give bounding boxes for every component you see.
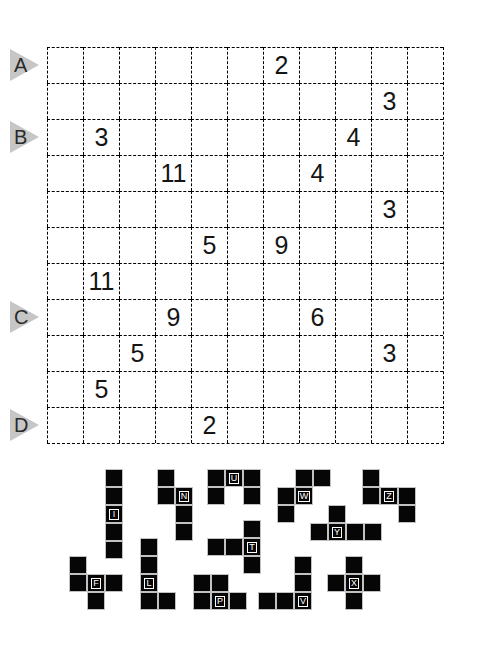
answer-row-letter: C: [14, 301, 28, 333]
puzzle-grid: 233411435911965352: [47, 47, 444, 444]
pentomino-T-cell: [207, 538, 225, 556]
pentomino-I-cell: [105, 541, 123, 559]
cell-r1c5[interactable]: [191, 47, 227, 83]
pentomino-P-cell: [229, 592, 247, 610]
cell-r4c5[interactable]: [191, 155, 227, 191]
cell-r9c4[interactable]: [155, 335, 191, 371]
cell-r3c10[interactable]: [371, 119, 407, 155]
answer-row-marker-C: C: [10, 301, 39, 333]
cell-r10c3[interactable]: [119, 371, 155, 407]
pentomino-N-label: N: [179, 491, 190, 502]
pentomino-N-cell: [157, 469, 175, 487]
cell-r4c7[interactable]: [263, 155, 299, 191]
cell-r3c7[interactable]: [263, 119, 299, 155]
answer-row-marker-A: A: [10, 49, 39, 81]
cell-r1c3[interactable]: [119, 47, 155, 83]
clue-number: 2: [203, 413, 217, 438]
cell-r2c2[interactable]: [83, 83, 119, 119]
cell-r9c11[interactable]: [407, 335, 443, 371]
cell-r4c8[interactable]: 4: [299, 155, 335, 191]
pentomino-U-label: U: [229, 473, 240, 484]
pentomino-N-cell: [175, 505, 193, 523]
pentomino-F-cell: [69, 556, 87, 574]
cell-r8c10[interactable]: [371, 299, 407, 335]
cell-r5c1[interactable]: [47, 191, 83, 227]
clue-number: 3: [95, 125, 109, 150]
cell-r8c7[interactable]: [263, 299, 299, 335]
clue-number: 3: [383, 341, 397, 366]
cell-r11c9[interactable]: [335, 407, 371, 443]
cell-r7c8[interactable]: [299, 263, 335, 299]
cell-r8c4[interactable]: 9: [155, 299, 191, 335]
pentomino-Y-cell: [346, 523, 364, 541]
pentomino-I-cell: [105, 487, 123, 505]
pentomino-W-cell: [313, 469, 331, 487]
pentomino-L-cell: [140, 556, 158, 574]
cell-r7c6[interactable]: [227, 263, 263, 299]
pentomino-V-cell: V: [294, 592, 312, 610]
cell-r1c11[interactable]: [407, 47, 443, 83]
cell-r5c7[interactable]: [263, 191, 299, 227]
answer-row-letter: D: [14, 409, 28, 441]
pentomino-Z-label: Z: [384, 491, 394, 502]
clue-number: 3: [383, 89, 397, 114]
pentomino-N-cell: [175, 523, 193, 541]
pentomino-L-cell: L: [140, 574, 158, 592]
cell-r7c5[interactable]: [191, 263, 227, 299]
cell-r4c6[interactable]: [227, 155, 263, 191]
cell-r10c11[interactable]: [407, 371, 443, 407]
cell-r1c7[interactable]: 2: [263, 47, 299, 83]
cell-r2c4[interactable]: [155, 83, 191, 119]
cell-r1c8[interactable]: [299, 47, 335, 83]
cell-r3c2[interactable]: 3: [83, 119, 119, 155]
cell-r5c11[interactable]: [407, 191, 443, 227]
pentomino-T-cell: [243, 520, 261, 538]
pentomino-Y-label: Y: [332, 527, 342, 538]
answer-row-letter: B: [14, 121, 27, 153]
cell-r4c1[interactable]: [47, 155, 83, 191]
cell-r2c8[interactable]: [299, 83, 335, 119]
cell-r8c8[interactable]: 6: [299, 299, 335, 335]
pentomino-Z-cell: [398, 505, 416, 523]
cell-r3c5[interactable]: [191, 119, 227, 155]
pentomino-Z-cell: Z: [380, 487, 398, 505]
pentomino-Y-cell: Y: [328, 523, 346, 541]
pentomino-N-cell: N: [175, 487, 193, 505]
clue-number: 4: [311, 161, 325, 186]
cell-r5c6[interactable]: [227, 191, 263, 227]
clue-number: 5: [131, 341, 145, 366]
clue-number: 2: [275, 53, 289, 78]
cell-r11c4[interactable]: [155, 407, 191, 443]
pentomino-P-label: P: [215, 596, 225, 607]
cell-r10c7[interactable]: [263, 371, 299, 407]
cell-r5c4[interactable]: [155, 191, 191, 227]
pentomino-I-cell: [105, 469, 123, 487]
cell-r7c2[interactable]: 11: [83, 263, 119, 299]
pentomino-V-cell: [258, 592, 276, 610]
cell-r9c1[interactable]: [47, 335, 83, 371]
pentomino-X-label: X: [349, 578, 359, 589]
cell-r6c4[interactable]: [155, 227, 191, 263]
cell-r9c7[interactable]: [263, 335, 299, 371]
cell-r10c1[interactable]: [47, 371, 83, 407]
cell-r1c1[interactable]: [47, 47, 83, 83]
pentomino-X-cell: [345, 556, 363, 574]
cell-r10c9[interactable]: [335, 371, 371, 407]
pentomino-U-cell: U: [225, 469, 243, 487]
cell-r6c11[interactable]: [407, 227, 443, 263]
cell-r2c7[interactable]: [263, 83, 299, 119]
pentomino-L-cell: [158, 592, 176, 610]
cell-r10c5[interactable]: [191, 371, 227, 407]
cell-r10c8[interactable]: [299, 371, 335, 407]
cell-r8c1[interactable]: [47, 299, 83, 335]
cell-r5c8[interactable]: [299, 191, 335, 227]
cell-r4c2[interactable]: [83, 155, 119, 191]
cell-r8c2[interactable]: [83, 299, 119, 335]
cell-r11c2[interactable]: [83, 407, 119, 443]
pentomino-L-label: L: [144, 578, 154, 589]
answer-row-marker-B: B: [10, 121, 39, 153]
cell-r2c1[interactable]: [47, 83, 83, 119]
pentomino-X-cell: [363, 574, 381, 592]
cell-r7c7[interactable]: [263, 263, 299, 299]
pentomino-T-cell: [243, 556, 261, 574]
pentomino-W-cell: [295, 469, 313, 487]
pentomino-U-cell: [207, 469, 225, 487]
cell-r9c6[interactable]: [227, 335, 263, 371]
pentomino-F-cell: [105, 574, 123, 592]
cell-r3c9[interactable]: 4: [335, 119, 371, 155]
cell-r11c3[interactable]: [119, 407, 155, 443]
cell-r11c11[interactable]: [407, 407, 443, 443]
pentomino-Y-cell: [364, 523, 382, 541]
pentomino-I-cell: I: [105, 505, 123, 523]
pentomino-L-cell: [140, 538, 158, 556]
cell-r1c9[interactable]: [335, 47, 371, 83]
pentomino-W-cell: [277, 505, 295, 523]
cell-r2c11[interactable]: [407, 83, 443, 119]
cell-r7c4[interactable]: [155, 263, 191, 299]
cell-r10c6[interactable]: [227, 371, 263, 407]
clue-number: 3: [383, 197, 397, 222]
cell-r6c2[interactable]: [83, 227, 119, 263]
pentomino-F-cell: [87, 592, 105, 610]
pentomino-Z-cell: [362, 487, 380, 505]
cell-r10c10[interactable]: [371, 371, 407, 407]
cell-r9c5[interactable]: [191, 335, 227, 371]
cell-r3c1[interactable]: [47, 119, 83, 155]
clue-number: 5: [203, 233, 217, 258]
pentomino-Y-cell: [310, 523, 328, 541]
cell-r6c3[interactable]: [119, 227, 155, 263]
pentomino-V-label: V: [298, 596, 308, 607]
cell-r5c9[interactable]: [335, 191, 371, 227]
cell-r5c2[interactable]: [83, 191, 119, 227]
cell-r7c1[interactable]: [47, 263, 83, 299]
pentomino-Z-cell: [362, 469, 380, 487]
cell-r9c10[interactable]: 3: [371, 335, 407, 371]
cell-r8c11[interactable]: [407, 299, 443, 335]
clue-number: 4: [347, 125, 361, 150]
cell-r1c6[interactable]: [227, 47, 263, 83]
pentomino-V-cell: [294, 574, 312, 592]
cell-r6c1[interactable]: [47, 227, 83, 263]
cell-r6c10[interactable]: [371, 227, 407, 263]
clue-number: 11: [89, 269, 115, 294]
cell-r9c8[interactable]: [299, 335, 335, 371]
cell-r7c9[interactable]: [335, 263, 371, 299]
cell-r11c6[interactable]: [227, 407, 263, 443]
pentomino-W-cell: [277, 487, 295, 505]
cell-r8c3[interactable]: [119, 299, 155, 335]
pentomino-F-label: F: [91, 578, 101, 589]
pentomino-N-cell: [157, 487, 175, 505]
answer-row-letter: A: [14, 49, 27, 81]
cell-r4c4[interactable]: 11: [155, 155, 191, 191]
pentomino-L-cell: [140, 592, 158, 610]
clue-number: 5: [95, 377, 109, 402]
cell-r7c3[interactable]: [119, 263, 155, 299]
cell-r11c5[interactable]: 2: [191, 407, 227, 443]
pentomino-W-label: W: [298, 491, 311, 502]
cell-r2c9[interactable]: [335, 83, 371, 119]
cell-r2c5[interactable]: [191, 83, 227, 119]
cell-r10c4[interactable]: [155, 371, 191, 407]
pentomino-U-cell: [243, 487, 261, 505]
cell-r2c6[interactable]: [227, 83, 263, 119]
cell-r4c11[interactable]: [407, 155, 443, 191]
pentomino-U-cell: [207, 487, 225, 505]
cell-r6c9[interactable]: [335, 227, 371, 263]
cell-r11c10[interactable]: [371, 407, 407, 443]
pentomino-Z-cell: [398, 487, 416, 505]
cell-r11c7[interactable]: [263, 407, 299, 443]
pentomino-P-cell: [193, 574, 211, 592]
cell-r3c11[interactable]: [407, 119, 443, 155]
cell-r5c3[interactable]: [119, 191, 155, 227]
cell-r1c2[interactable]: [83, 47, 119, 83]
cell-r5c10[interactable]: 3: [371, 191, 407, 227]
clue-number: 9: [167, 305, 181, 330]
cell-r6c7[interactable]: 9: [263, 227, 299, 263]
cell-r6c8[interactable]: [299, 227, 335, 263]
cell-r1c10[interactable]: [371, 47, 407, 83]
pentomino-P-cell: [193, 592, 211, 610]
cell-r8c5[interactable]: [191, 299, 227, 335]
pentomino-I-cell: [105, 523, 123, 541]
cell-r1c4[interactable]: [155, 47, 191, 83]
cell-r4c9[interactable]: [335, 155, 371, 191]
cell-r4c10[interactable]: [371, 155, 407, 191]
cell-r3c8[interactable]: [299, 119, 335, 155]
cell-r2c10[interactable]: 3: [371, 83, 407, 119]
pentomino-F-cell: F: [87, 574, 105, 592]
pentomino-Y-cell: [328, 505, 346, 523]
pentomino-X-cell: X: [345, 574, 363, 592]
cell-r8c6[interactable]: [227, 299, 263, 335]
cell-r2c3[interactable]: [119, 83, 155, 119]
cell-r11c1[interactable]: [47, 407, 83, 443]
pentomino-T-cell: [225, 538, 243, 556]
cell-r9c2[interactable]: [83, 335, 119, 371]
pentomino-V-cell: [294, 556, 312, 574]
cell-r5c5[interactable]: [191, 191, 227, 227]
pentomino-U-cell: [243, 469, 261, 487]
cell-r3c4[interactable]: [155, 119, 191, 155]
cell-r3c3[interactable]: [119, 119, 155, 155]
cell-r10c2[interactable]: 5: [83, 371, 119, 407]
pentomino-P-cell: P: [211, 592, 229, 610]
pentomino-X-cell: [327, 574, 345, 592]
pentomino-T-label: T: [247, 542, 257, 553]
cell-r4c3[interactable]: [119, 155, 155, 191]
cell-r11c8[interactable]: [299, 407, 335, 443]
pentomino-I-label: I: [109, 509, 119, 520]
pentomino-F-cell: [69, 574, 87, 592]
clue-number: 6: [311, 305, 325, 330]
cell-r8c9[interactable]: [335, 299, 371, 335]
cell-r7c11[interactable]: [407, 263, 443, 299]
pentomino-X-cell: [345, 592, 363, 610]
answer-row-marker-D: D: [10, 409, 39, 441]
pentomino-W-cell: W: [295, 487, 313, 505]
cell-r9c9[interactable]: [335, 335, 371, 371]
cell-r3c6[interactable]: [227, 119, 263, 155]
cell-r6c5[interactable]: 5: [191, 227, 227, 263]
cell-r7c10[interactable]: [371, 263, 407, 299]
pentomino-P-cell: [211, 574, 229, 592]
clue-number: 11: [161, 161, 187, 186]
pentomino-T-cell: T: [243, 538, 261, 556]
cell-r9c3[interactable]: 5: [119, 335, 155, 371]
clue-number: 9: [275, 233, 289, 258]
cell-r6c6[interactable]: [227, 227, 263, 263]
pentomino-V-cell: [276, 592, 294, 610]
